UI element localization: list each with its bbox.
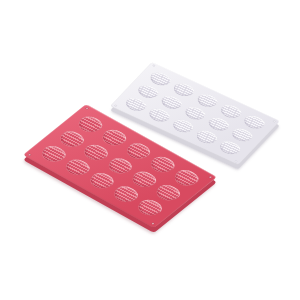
madeleine-shell-cavity [170, 81, 197, 99]
madeleine-shell-cavity [98, 127, 130, 148]
madeleine-shell-cavity [122, 96, 149, 114]
madeleine-shell-cavity [74, 114, 106, 135]
product-photo-scene [0, 0, 300, 300]
madeleine-shell-cavity [171, 167, 203, 188]
madeleine-shell-cavity [110, 184, 142, 205]
madeleine-shell-cavity [146, 154, 178, 175]
madeleine-shell-cavity [128, 169, 160, 190]
madeleine-shell-cavity [169, 117, 196, 135]
madeleine-shell-cavity [122, 141, 154, 162]
madeleine-shell-cavity [194, 92, 221, 110]
madeleine-shell-cavity [56, 129, 88, 150]
madeleine-shell-cavity [37, 143, 69, 164]
madeleine-shell-cavity [181, 105, 208, 123]
madeleine-shell-cavity [193, 128, 220, 146]
madeleine-shell-cavity [134, 197, 166, 218]
madeleine-shell-cavity [146, 107, 173, 125]
madeleine-shell-cavity [152, 182, 184, 203]
madeleine-shell-cavity [134, 83, 161, 101]
madeleine-shell-cavity [62, 157, 94, 178]
madeleine-shell-cavity [205, 115, 232, 133]
madeleine-shell-cavity [217, 103, 244, 121]
madeleine-shell-cavity [80, 142, 112, 163]
madeleine-shell-cavity [104, 155, 136, 176]
madeleine-shell-cavity [229, 126, 256, 144]
madeleine-shell-cavity [216, 139, 243, 157]
madeleine-shell-cavity [86, 170, 118, 191]
madeleine-shell-cavity [147, 70, 174, 88]
madeleine-shell-cavity [158, 94, 185, 112]
madeleine-shell-cavity [241, 114, 268, 132]
